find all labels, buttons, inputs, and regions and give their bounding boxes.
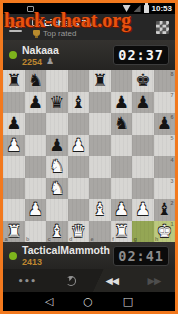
rank-label-4: 4 (170, 157, 173, 163)
top-player-bar: Nakaaa 2254 ♟ 02:37 (3, 40, 175, 70)
piece-black-pawn: ♟ (3, 113, 25, 135)
square-f1[interactable]: ♜f (111, 221, 133, 243)
square-a1[interactable]: ♜a (3, 221, 25, 243)
file-label-g: g (134, 236, 137, 242)
square-b8[interactable]: ♞ (25, 70, 47, 92)
square-e1[interactable]: e (89, 221, 111, 243)
square-c2[interactable] (46, 199, 68, 221)
top-player-name[interactable]: Nakaaa (22, 44, 59, 56)
square-c7[interactable]: ♛ (46, 92, 68, 114)
square-a5[interactable]: ♟ (3, 135, 25, 157)
square-c5[interactable]: ♟ (46, 135, 68, 157)
square-c3[interactable]: ♞ (46, 178, 68, 200)
square-f6[interactable]: ♞ (111, 113, 133, 135)
chess-board[interactable]: ♜♞♜♚8♟♛♝♟♟7♟♞♟6♟♟♟5♞4♞3♟♝♟♟♝2♜ab♝c♛de♜fg… (3, 70, 175, 242)
rank-label-1: 1 (170, 221, 173, 227)
square-b6[interactable] (25, 113, 47, 135)
square-h3[interactable]: 3 (154, 178, 176, 200)
piece-white-pawn: ♟ (3, 135, 25, 157)
square-a8[interactable]: ♜ (3, 70, 25, 92)
bottom-player-clock: 02:41 (113, 246, 169, 266)
piece-white-knight: ♞ (46, 156, 68, 178)
bottom-player-name[interactable]: TacticalMammoth (22, 244, 110, 256)
rank-label-2: 2 (170, 200, 173, 206)
square-h6[interactable]: ♟6 (154, 113, 176, 135)
square-f3[interactable] (111, 178, 133, 200)
square-d5[interactable]: ♟ (68, 135, 90, 157)
square-g3[interactable] (132, 178, 154, 200)
online-indicator (9, 252, 17, 260)
piece-white-knight: ♞ (46, 178, 68, 200)
bottom-player-bar: TacticalMammoth 2413 02:41 (3, 242, 175, 269)
rewind-button[interactable]: ◀◀ (105, 275, 118, 286)
battery-icon (144, 5, 149, 13)
square-a6[interactable]: ♟ (3, 113, 25, 135)
top-player-rating: 2254 (22, 57, 42, 67)
piece-black-pawn: ♟ (111, 92, 133, 114)
chessboard-icon[interactable] (156, 21, 169, 34)
square-h5[interactable]: 5 (154, 135, 176, 157)
square-d6[interactable] (68, 113, 90, 135)
square-d2[interactable] (68, 199, 90, 221)
square-d8[interactable] (68, 70, 90, 92)
square-g5[interactable] (132, 135, 154, 157)
square-h2[interactable]: ♝2 (154, 199, 176, 221)
piece-black-king: ♚ (132, 70, 154, 92)
file-label-e: e (91, 236, 94, 242)
square-a4[interactable] (3, 156, 25, 178)
piece-white-pawn: ♟ (111, 199, 133, 221)
piece-black-rook: ♜ (89, 70, 111, 92)
piece-white-pawn: ♟ (68, 135, 90, 157)
captured-pawn-icon: ♟ (46, 57, 54, 66)
piece-black-knight: ♞ (25, 70, 47, 92)
square-g2[interactable]: ♟ (132, 199, 154, 221)
file-label-a: a (5, 236, 8, 242)
more-options-button[interactable]: ••• (18, 276, 37, 286)
square-g1[interactable]: g (132, 221, 154, 243)
square-f7[interactable]: ♟ (111, 92, 133, 114)
square-g6[interactable] (132, 113, 154, 135)
square-c8[interactable] (46, 70, 68, 92)
file-label-b: b (26, 236, 29, 242)
square-g7[interactable]: ♟ (132, 92, 154, 114)
square-a2[interactable] (3, 199, 25, 221)
square-d4[interactable] (68, 156, 90, 178)
android-nav-bar: ◁ ○ □ (3, 292, 175, 311)
square-e3[interactable] (89, 178, 111, 200)
square-h4[interactable]: 4 (154, 156, 176, 178)
square-f5[interactable] (111, 135, 133, 157)
square-f8[interactable] (111, 70, 133, 92)
square-b1[interactable]: b (25, 221, 47, 243)
square-d7[interactable]: ♝ (68, 92, 90, 114)
square-c4[interactable]: ♞ (46, 156, 68, 178)
square-f2[interactable]: ♟ (111, 199, 133, 221)
square-d1[interactable]: ♛d (68, 221, 90, 243)
file-label-d: d (69, 236, 72, 242)
file-label-h: h (155, 236, 158, 242)
square-c1[interactable]: ♝c (46, 221, 68, 243)
piece-black-pawn: ♟ (25, 92, 47, 114)
square-b7[interactable]: ♟ (25, 92, 47, 114)
playback-controls: ••• ◀◀ ▶▶ (3, 269, 175, 292)
square-b4[interactable] (25, 156, 47, 178)
back-button[interactable]: ◁ (45, 296, 53, 307)
square-f4[interactable] (111, 156, 133, 178)
status-time: 10:53 (152, 4, 172, 13)
piece-white-pawn: ♟ (25, 199, 47, 221)
square-c6[interactable] (46, 113, 68, 135)
square-b5[interactable] (25, 135, 47, 157)
rank-label-5: 5 (170, 135, 173, 141)
piece-white-pawn: ♟ (132, 199, 154, 221)
piece-black-pawn: ♟ (46, 135, 68, 157)
square-e4[interactable] (89, 156, 111, 178)
square-e8[interactable]: ♜ (89, 70, 111, 92)
piece-black-queen: ♛ (46, 92, 68, 114)
piece-black-bishop: ♝ (68, 92, 90, 114)
square-b2[interactable]: ♟ (25, 199, 47, 221)
piece-white-bishop: ♝ (89, 199, 111, 221)
online-indicator (9, 51, 17, 59)
watermark-text: hack-cheat.org (4, 9, 131, 32)
square-h1[interactable]: ♚1h (154, 221, 176, 243)
refresh-icon[interactable] (66, 276, 76, 286)
square-e2[interactable]: ♝ (89, 199, 111, 221)
piece-black-pawn: ♟ (132, 92, 154, 114)
square-g8[interactable]: ♚ (132, 70, 154, 92)
lichess-tv-screen: hack-cheat.org 10:53 Lichess TV Top rate… (0, 0, 178, 314)
recents-button[interactable]: □ (123, 296, 133, 307)
cell-signal-icon (134, 5, 141, 12)
file-label-f: f (112, 236, 114, 242)
square-a3[interactable] (3, 178, 25, 200)
square-g4[interactable] (132, 156, 154, 178)
rank-label-8: 8 (170, 71, 173, 77)
square-h7[interactable]: 7 (154, 92, 176, 114)
square-d3[interactable] (68, 178, 90, 200)
square-e6[interactable] (89, 113, 111, 135)
piece-black-knight: ♞ (111, 113, 133, 135)
square-e5[interactable] (89, 135, 111, 157)
rank-label-6: 6 (170, 114, 173, 120)
rank-label-3: 3 (170, 178, 173, 184)
square-h8[interactable]: 8 (154, 70, 176, 92)
square-a7[interactable] (3, 92, 25, 114)
home-button[interactable]: ○ (83, 296, 93, 307)
file-label-c: c (48, 236, 51, 242)
square-e7[interactable] (89, 92, 111, 114)
square-b3[interactable] (25, 178, 47, 200)
fast-forward-button: ▶▶ (148, 275, 161, 286)
top-player-clock: 02:37 (113, 45, 169, 65)
bottom-player-rating: 2413 (22, 257, 42, 267)
piece-black-rook: ♜ (3, 70, 25, 92)
rank-label-7: 7 (170, 92, 173, 98)
